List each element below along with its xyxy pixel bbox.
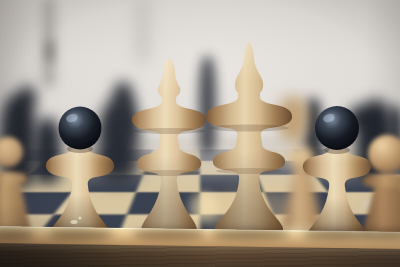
piece-shadow: [48, 229, 114, 240]
piece-shadow: [132, 229, 206, 240]
chess-photo-scene: [0, 0, 400, 267]
board-frame: [0, 0, 400, 267]
piece-shadow: [210, 229, 290, 240]
